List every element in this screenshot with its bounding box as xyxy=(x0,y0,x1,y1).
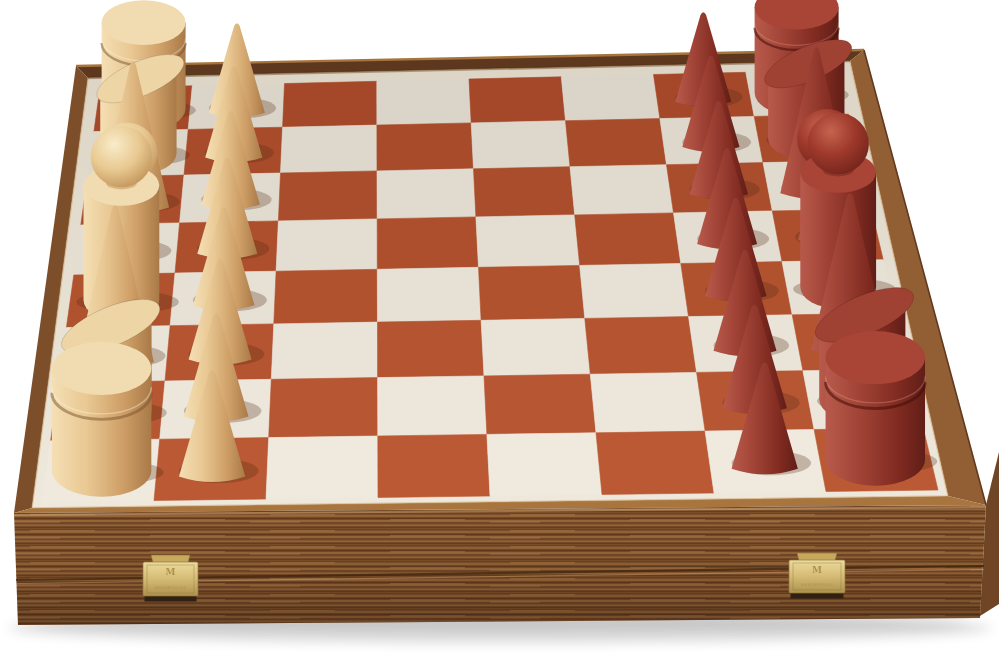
square-c4[interactable] xyxy=(377,169,476,219)
clasp-right: MMANOPOULOS xyxy=(789,553,845,599)
square-a6[interactable] xyxy=(561,75,660,121)
square-g3[interactable] xyxy=(269,378,378,438)
square-b4[interactable] xyxy=(377,123,474,171)
square-d4[interactable] xyxy=(377,217,478,269)
square-h4[interactable] xyxy=(378,434,490,497)
square-f4[interactable] xyxy=(378,320,485,377)
square-a3[interactable] xyxy=(283,81,377,127)
square-f3[interactable] xyxy=(271,322,377,379)
clasp-engraving: MANOPOULOS xyxy=(154,585,186,590)
square-c5[interactable] xyxy=(474,167,575,217)
square-b5[interactable] xyxy=(471,121,570,169)
square-e5[interactable] xyxy=(479,265,585,320)
square-h5[interactable] xyxy=(487,433,602,496)
red-rook-h8[interactable] xyxy=(826,331,938,486)
square-d6[interactable] xyxy=(575,213,681,266)
square-c6[interactable] xyxy=(570,165,674,215)
square-f6[interactable] xyxy=(585,317,697,375)
square-e6[interactable] xyxy=(580,264,689,319)
square-a4[interactable] xyxy=(377,79,471,125)
square-b6[interactable] xyxy=(566,119,667,167)
square-e3[interactable] xyxy=(274,269,378,324)
square-e4[interactable] xyxy=(377,267,481,322)
chess-board-svg: Bauhaus-style geometric wooden chess set… xyxy=(0,0,1000,662)
square-d5[interactable] xyxy=(476,215,580,267)
square-d3[interactable] xyxy=(276,219,377,271)
chess-set-photo: Bauhaus-style geometric wooden chess set… xyxy=(0,0,1000,662)
square-a5[interactable] xyxy=(469,77,566,123)
square-h6[interactable] xyxy=(596,431,714,494)
clasp-monogram: M xyxy=(812,565,822,575)
clasp-monogram: M xyxy=(166,567,176,577)
square-g5[interactable] xyxy=(484,374,596,434)
clasp-engraving: MANOPOULOS xyxy=(801,582,833,587)
square-g6[interactable] xyxy=(590,372,705,432)
square-c3[interactable] xyxy=(278,171,377,221)
clasp-left: MMANOPOULOS xyxy=(143,555,198,602)
white-rook-h1[interactable] xyxy=(52,342,164,497)
square-f5[interactable] xyxy=(481,318,590,376)
square-g4[interactable] xyxy=(378,376,487,436)
square-h3[interactable] xyxy=(266,436,378,499)
square-b3[interactable] xyxy=(281,125,378,173)
